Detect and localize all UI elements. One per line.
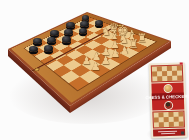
box-checkers-photo-circle	[164, 100, 173, 109]
board-squares	[24, 17, 155, 90]
box-fineprint-line	[161, 133, 175, 134]
box-board-print-bottom	[152, 110, 185, 128]
product-photo: ♞♛♝♚♟♟♟♟♞♝♟♟♟♟♜♜ CHESS & CHECKERS	[0, 0, 189, 140]
product-box: CHESS & CHECKERS	[149, 62, 188, 138]
box-corner-mark	[180, 62, 183, 64]
box-title-strip: CHESS & CHECKERS	[152, 92, 184, 100]
box-board-print-top	[151, 64, 184, 82]
box-chess-photo-circle	[163, 83, 172, 92]
board-frame	[11, 13, 168, 103]
box-footer-strip	[153, 128, 185, 136]
box-logo-mark	[181, 131, 184, 134]
box-red-band: CHESS & CHECKERS	[151, 82, 184, 110]
box-title: CHESS & CHECKERS	[145, 93, 189, 99]
